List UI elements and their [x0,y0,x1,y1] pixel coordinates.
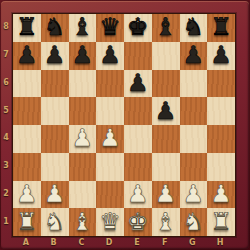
file-label-h: H [206,236,234,249]
piece-white-pawn[interactable]: ♟ [210,181,232,208]
square-d1[interactable]: ♛ [96,208,124,236]
square-e5[interactable] [124,97,152,125]
piece-black-rook[interactable]: ♜ [16,14,38,41]
piece-black-pawn[interactable]: ♟ [210,42,232,69]
square-g7[interactable]: ♟ [180,42,208,70]
square-f3[interactable] [152,153,180,181]
square-g1[interactable]: ♞ [180,208,208,236]
square-c6[interactable] [69,70,97,98]
square-g2[interactable]: ♟ [180,181,208,209]
rank-labels: 87654321 [0,13,12,235]
piece-black-knight[interactable]: ♞ [44,14,66,41]
square-d2[interactable] [96,181,124,209]
square-f7[interactable] [152,42,180,70]
square-d3[interactable] [96,153,124,181]
square-f1[interactable]: ♝ [152,208,180,236]
rank-label-6: 6 [0,69,12,97]
piece-white-bishop[interactable]: ♝ [155,209,177,236]
piece-white-queen[interactable]: ♛ [99,209,121,236]
chess-board: ♜♞♝♛♚♝♞♜♟♟♟♟♟♟♟♟♟♟♟♟♟♟♟♟♜♞♝♛♚♝♞♜ [12,13,236,237]
piece-white-bishop[interactable]: ♝ [72,209,94,236]
rank-label-8: 8 [0,13,12,41]
piece-white-pawn[interactable]: ♟ [127,181,149,208]
file-label-a: A [12,236,40,249]
square-h6[interactable] [207,70,235,98]
square-e3[interactable] [124,153,152,181]
piece-white-pawn[interactable]: ♟ [183,181,205,208]
square-b6[interactable] [41,70,69,98]
piece-black-queen[interactable]: ♛ [99,14,121,41]
piece-black-pawn[interactable]: ♟ [183,42,205,69]
piece-white-king[interactable]: ♚ [127,209,149,236]
square-b7[interactable]: ♟ [41,42,69,70]
piece-white-pawn[interactable]: ♟ [155,181,177,208]
square-b2[interactable]: ♟ [41,181,69,209]
square-e6[interactable]: ♟ [124,70,152,98]
square-g4[interactable] [180,125,208,153]
square-a7[interactable]: ♟ [13,42,41,70]
piece-black-pawn[interactable]: ♟ [99,42,121,69]
file-labels: ABCDEFGH [12,236,234,249]
square-h1[interactable]: ♜ [207,208,235,236]
piece-white-rook[interactable]: ♜ [16,209,38,236]
square-b4[interactable] [41,125,69,153]
square-f2[interactable]: ♟ [152,181,180,209]
square-d5[interactable] [96,97,124,125]
chess-app-background: 87654321 ABCDEFGH ♜♞♝♛♚♝♞♜♟♟♟♟♟♟♟♟♟♟♟♟♟♟… [0,0,250,250]
piece-black-bishop[interactable]: ♝ [72,14,94,41]
square-e2[interactable]: ♟ [124,181,152,209]
square-a4[interactable] [13,125,41,153]
square-h2[interactable]: ♟ [207,181,235,209]
square-g3[interactable] [180,153,208,181]
piece-black-pawn[interactable]: ♟ [72,42,94,69]
square-a5[interactable] [13,97,41,125]
square-f6[interactable] [152,70,180,98]
file-label-f: F [151,236,179,249]
square-c2[interactable] [69,181,97,209]
file-label-e: E [123,236,151,249]
square-b1[interactable]: ♞ [41,208,69,236]
square-c3[interactable] [69,153,97,181]
square-a2[interactable]: ♟ [13,181,41,209]
square-h7[interactable]: ♟ [207,42,235,70]
rank-label-3: 3 [0,152,12,180]
square-e8[interactable]: ♚ [124,14,152,42]
piece-white-pawn[interactable]: ♟ [16,181,38,208]
square-h4[interactable] [207,125,235,153]
square-b5[interactable] [41,97,69,125]
file-label-g: G [179,236,207,249]
square-c7[interactable]: ♟ [69,42,97,70]
piece-white-knight[interactable]: ♞ [44,209,66,236]
square-c5[interactable] [69,97,97,125]
piece-white-pawn[interactable]: ♟ [44,181,66,208]
piece-black-pawn[interactable]: ♟ [155,98,177,125]
rank-label-2: 2 [0,180,12,208]
rank-label-1: 1 [0,207,12,235]
square-g6[interactable] [180,70,208,98]
square-a3[interactable] [13,153,41,181]
file-label-c: C [68,236,96,249]
square-b8[interactable]: ♞ [41,14,69,42]
square-h3[interactable] [207,153,235,181]
square-c1[interactable]: ♝ [69,208,97,236]
rank-label-7: 7 [0,41,12,69]
square-f5[interactable]: ♟ [152,97,180,125]
piece-white-pawn[interactable]: ♟ [72,125,94,152]
square-c4[interactable]: ♟ [69,125,97,153]
square-f8[interactable]: ♝ [152,14,180,42]
square-d6[interactable] [96,70,124,98]
rank-label-5: 5 [0,96,12,124]
piece-black-pawn[interactable]: ♟ [127,70,149,97]
piece-white-rook[interactable]: ♜ [210,209,232,236]
square-d8[interactable]: ♛ [96,14,124,42]
piece-black-rook[interactable]: ♜ [210,14,232,41]
piece-black-knight[interactable]: ♞ [183,14,205,41]
square-a8[interactable]: ♜ [13,14,41,42]
square-a6[interactable] [13,70,41,98]
square-e7[interactable] [124,42,152,70]
square-h5[interactable] [207,97,235,125]
square-g8[interactable]: ♞ [180,14,208,42]
square-h8[interactable]: ♜ [207,14,235,42]
piece-black-pawn[interactable]: ♟ [16,42,38,69]
file-label-b: B [40,236,68,249]
piece-white-pawn[interactable]: ♟ [99,125,121,152]
square-c8[interactable]: ♝ [69,14,97,42]
square-b3[interactable] [41,153,69,181]
piece-black-pawn[interactable]: ♟ [44,42,66,69]
square-d4[interactable]: ♟ [96,125,124,153]
square-f4[interactable] [152,125,180,153]
rank-label-4: 4 [0,124,12,152]
square-a1[interactable]: ♜ [13,208,41,236]
square-e4[interactable] [124,125,152,153]
piece-black-king[interactable]: ♚ [127,14,149,41]
piece-white-knight[interactable]: ♞ [183,209,205,236]
square-g5[interactable] [180,97,208,125]
piece-black-bishop[interactable]: ♝ [155,14,177,41]
square-e1[interactable]: ♚ [124,208,152,236]
file-label-d: D [95,236,123,249]
square-d7[interactable]: ♟ [96,42,124,70]
